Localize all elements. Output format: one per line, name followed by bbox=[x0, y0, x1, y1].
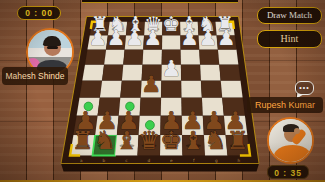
square-c6[interactable] bbox=[123, 49, 143, 64]
opponent-name: Mahesh Shinde bbox=[2, 67, 68, 85]
piece-black-pawn-c7[interactable]: ♟ bbox=[125, 26, 144, 50]
square-d3[interactable] bbox=[140, 98, 161, 116]
square-e7[interactable] bbox=[162, 35, 181, 49]
piece-black-pawn-f7[interactable]: ♟ bbox=[180, 26, 199, 50]
square-b5[interactable] bbox=[102, 65, 123, 81]
piece-white-queen-d1[interactable]: ♛ bbox=[138, 126, 160, 155]
square-g5[interactable] bbox=[200, 65, 221, 81]
square-a6[interactable] bbox=[85, 49, 106, 64]
square-c5[interactable] bbox=[122, 65, 143, 81]
opponent-timer: 0 : 00 bbox=[17, 6, 61, 20]
piece-black-pawn-g7[interactable]: ♟ bbox=[199, 26, 218, 50]
square-h6[interactable] bbox=[218, 49, 239, 64]
avatar-hair bbox=[43, 36, 61, 46]
square-a4[interactable] bbox=[80, 81, 103, 98]
square-h4[interactable] bbox=[221, 81, 243, 98]
file-label-a: a bbox=[80, 158, 83, 163]
player-timer: 0 : 35 bbox=[267, 165, 309, 179]
square-c4[interactable] bbox=[120, 81, 141, 98]
file-label-h: h bbox=[237, 158, 240, 163]
piece-white-knight-b1[interactable]: ♞ bbox=[94, 126, 116, 155]
piece-white-knight-g1[interactable]: ♞ bbox=[204, 126, 226, 155]
banner-edge bbox=[0, 180, 325, 182]
file-label-d: d bbox=[147, 158, 150, 163]
piece-white-rook-a1[interactable]: ♜ bbox=[72, 126, 94, 155]
file-label-b: b bbox=[102, 158, 105, 163]
square-g4[interactable] bbox=[201, 81, 222, 98]
square-f4[interactable] bbox=[181, 81, 202, 98]
hint-button[interactable]: Hint bbox=[257, 30, 322, 48]
piece-black-pawn-e5[interactable]: ♟ bbox=[161, 56, 181, 81]
file-label-g: g bbox=[215, 158, 218, 163]
file-label-e: e bbox=[170, 158, 173, 163]
avatar-sunglasses bbox=[47, 46, 58, 49]
piece-white-bishop-f1[interactable]: ♝ bbox=[182, 126, 204, 155]
square-f6[interactable] bbox=[181, 49, 201, 64]
square-e4[interactable] bbox=[161, 81, 181, 98]
square-d6[interactable] bbox=[143, 49, 163, 64]
chat-bubble-icon[interactable]: ••• bbox=[295, 81, 314, 95]
board-rim-front bbox=[61, 164, 259, 172]
draw-match-button[interactable]: Draw Match bbox=[257, 7, 322, 24]
avatar-hand bbox=[294, 128, 300, 134]
player-name: Rupesh Kumar bbox=[247, 97, 323, 113]
square-h5[interactable] bbox=[219, 65, 240, 81]
piece-black-pawn-b7[interactable]: ♟ bbox=[107, 26, 126, 50]
piece-black-pawn-a7[interactable]: ♟ bbox=[88, 26, 107, 50]
square-f5[interactable] bbox=[181, 65, 201, 81]
piece-black-pawn-h7[interactable]: ♟ bbox=[217, 26, 236, 50]
square-b6[interactable] bbox=[104, 49, 125, 64]
app-canvas: abcdefgh♜♞♝♛♚♝♞♜♟♟♟♟♟♟♟♟♟♟♟♟♟♟♟♟♜♞♝♛♚♝♞♜… bbox=[0, 0, 325, 182]
player-avatar[interactable] bbox=[267, 117, 314, 164]
square-g6[interactable] bbox=[199, 49, 219, 64]
piece-black-pawn-d7[interactable]: ♟ bbox=[144, 26, 163, 50]
square-a5[interactable] bbox=[82, 65, 104, 81]
piece-white-pawn-d4[interactable]: ♟ bbox=[141, 71, 161, 97]
piece-white-king-e1[interactable]: ♚ bbox=[160, 126, 182, 155]
piece-white-bishop-c1[interactable]: ♝ bbox=[116, 126, 138, 155]
piece-white-rook-h1[interactable]: ♜ bbox=[226, 126, 248, 155]
square-b4[interactable] bbox=[100, 81, 122, 98]
piece-black-king-e8[interactable]: ♚ bbox=[162, 12, 180, 36]
